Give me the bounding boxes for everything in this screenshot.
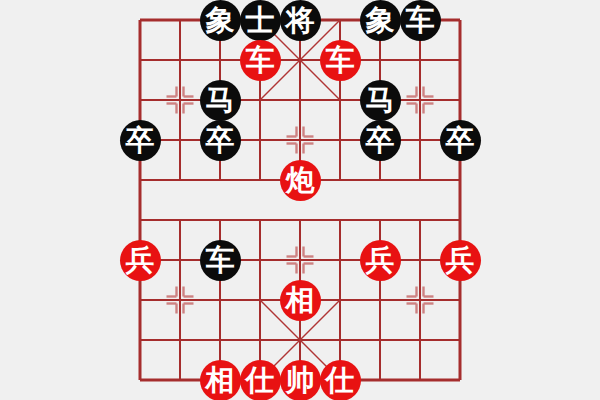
piece-red-elephant[interactable]: 相	[280, 280, 321, 321]
piece-red-soldier[interactable]: 兵	[360, 240, 401, 281]
piece-black-chariot[interactable]: 车	[400, 0, 441, 41]
piece-black-soldier[interactable]: 卒	[360, 120, 401, 161]
xiangqi-app-background: 象士将象车车车马马卒卒卒卒炮兵车兵兵相相仕帅仕	[0, 0, 600, 400]
piece-black-chariot[interactable]: 车	[200, 240, 241, 281]
piece-black-soldier[interactable]: 卒	[120, 120, 161, 161]
piece-red-advisor[interactable]: 仕	[320, 360, 361, 400]
piece-black-horse[interactable]: 马	[200, 80, 241, 121]
piece-black-elephant[interactable]: 象	[200, 0, 241, 41]
xiangqi-board[interactable]: 象士将象车车车马马卒卒卒卒炮兵车兵兵相相仕帅仕	[0, 0, 600, 400]
piece-red-general[interactable]: 帅	[280, 360, 321, 400]
piece-red-elephant[interactable]: 相	[200, 360, 241, 400]
piece-red-soldier[interactable]: 兵	[440, 240, 481, 281]
piece-black-horse[interactable]: 马	[360, 80, 401, 121]
piece-red-cannon[interactable]: 炮	[280, 160, 321, 201]
piece-black-soldier[interactable]: 卒	[440, 120, 481, 161]
piece-red-soldier[interactable]: 兵	[120, 240, 161, 281]
piece-black-soldier[interactable]: 卒	[200, 120, 241, 161]
piece-black-general[interactable]: 将	[280, 0, 321, 41]
piece-red-chariot[interactable]: 车	[240, 40, 281, 81]
piece-black-elephant[interactable]: 象	[360, 0, 401, 41]
piece-red-chariot[interactable]: 车	[320, 40, 361, 81]
piece-black-advisor[interactable]: 士	[240, 0, 281, 41]
piece-red-advisor[interactable]: 仕	[240, 360, 281, 400]
